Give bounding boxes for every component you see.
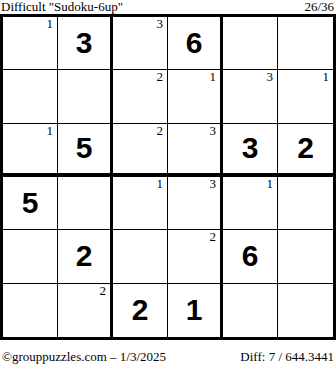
header: Difficult "Sudoku-6up" 26/36 [0,0,336,13]
cell-r5c3[interactable] [113,230,168,283]
cell-r2c2[interactable] [58,70,113,123]
cell-r4c2[interactable] [58,177,113,230]
cell-r2c5[interactable]: 3 [223,70,278,123]
cell-r1c5[interactable] [223,17,278,70]
given-digit: 1 [168,284,220,337]
given-digit: 6 [223,230,277,282]
sudoku-grid: 133621311523325131226221 [0,14,336,340]
cell-r3c6[interactable]: 2 [278,124,333,177]
pencil-mark: 1 [267,177,274,191]
cell-r2c3[interactable]: 2 [113,70,168,123]
pencil-mark: 2 [157,124,164,138]
cell-r3c5[interactable]: 3 [223,124,278,177]
cell-r6c3[interactable]: 2 [113,284,168,337]
remaining-counter: 26/36 [304,0,334,13]
cell-r4c5[interactable]: 1 [223,177,278,230]
cell-r5c6[interactable] [278,230,333,283]
given-digit: 3 [58,17,110,69]
cell-r3c3[interactable]: 2 [113,124,168,177]
cell-r5c1[interactable] [3,230,58,283]
cell-r5c2[interactable]: 2 [58,230,113,283]
cell-r3c1[interactable]: 1 [3,124,58,177]
cell-r5c4[interactable]: 2 [168,230,223,283]
cell-r2c4[interactable]: 1 [168,70,223,123]
cell-r6c4[interactable]: 1 [168,284,223,337]
cell-r2c1[interactable] [3,70,58,123]
cell-r4c4[interactable]: 3 [168,177,223,230]
given-digit: 3 [223,124,277,173]
cell-r6c6[interactable] [278,284,333,337]
given-digit: 5 [58,124,110,173]
cell-r4c1[interactable]: 5 [3,177,58,230]
pencil-mark: 3 [210,177,217,191]
given-digit: 2 [58,230,110,282]
cell-r6c5[interactable] [223,284,278,337]
cell-r2c6[interactable]: 1 [278,70,333,123]
sudoku-6up-page: Difficult "Sudoku-6up" 26/36 13362131152… [0,0,336,370]
given-digit: 2 [278,124,333,173]
cell-r1c6[interactable] [278,17,333,70]
cell-r1c4[interactable]: 6 [168,17,223,70]
pencil-mark: 1 [210,70,217,84]
pencil-mark: 1 [47,17,54,31]
given-digit: 5 [3,177,57,229]
pencil-mark: 2 [210,230,217,244]
cell-r4c3[interactable]: 1 [113,177,168,230]
pencil-mark: 2 [100,284,107,298]
cell-r3c2[interactable]: 5 [58,124,113,177]
cell-r1c3[interactable]: 3 [113,17,168,70]
cell-r1c2[interactable]: 3 [58,17,113,70]
given-digit: 6 [168,17,220,69]
cell-r3c4[interactable]: 3 [168,124,223,177]
cell-r4c6[interactable] [278,177,333,230]
pencil-mark: 2 [157,70,164,84]
cell-r5c5[interactable]: 6 [223,230,278,283]
cell-r6c1[interactable] [3,284,58,337]
pencil-mark: 1 [323,70,330,84]
cell-r6c2[interactable]: 2 [58,284,113,337]
pencil-mark: 3 [210,124,217,138]
pencil-mark: 3 [157,17,164,31]
pencil-mark: 3 [267,70,274,84]
difficulty-text: Diff: 7 / 644.3441 [240,349,334,364]
copyright-date-text: ©grouppuzzles.com – 1/3/2025 [2,349,166,364]
cell-r1c1[interactable]: 1 [3,17,58,70]
given-digit: 2 [113,284,167,337]
footer: ©grouppuzzles.com – 1/3/2025 Diff: 7 / 6… [0,349,336,364]
puzzle-title: Difficult "Sudoku-6up" [1,0,123,13]
pencil-mark: 1 [47,124,54,138]
pencil-mark: 1 [157,177,164,191]
